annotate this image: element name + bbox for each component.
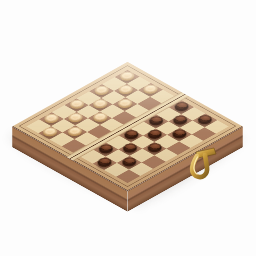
square-d8[interactable]: [61, 139, 85, 153]
dark-checker[interactable]: [121, 130, 140, 141]
product-photo-checkers-set: [0, 0, 256, 256]
scene: [0, 0, 256, 256]
square-c8[interactable]: [50, 132, 74, 146]
square-g3[interactable]: [167, 128, 191, 142]
dark-checker[interactable]: [96, 144, 115, 155]
square-h2[interactable]: [192, 127, 216, 141]
square-g5[interactable]: [142, 142, 166, 156]
square-e8[interactable]: [81, 150, 105, 164]
dark-checker[interactable]: [146, 130, 165, 141]
square-h7[interactable]: [128, 162, 152, 176]
light-checker[interactable]: [41, 127, 60, 138]
square-d6[interactable]: [87, 125, 111, 139]
square-e7[interactable]: [93, 143, 117, 157]
square-f4[interactable]: [143, 128, 167, 142]
square-g8[interactable]: [104, 163, 128, 177]
square-e5[interactable]: [119, 129, 143, 143]
square-d7[interactable]: [74, 132, 98, 146]
dark-checker[interactable]: [145, 143, 164, 154]
dark-checker[interactable]: [120, 144, 139, 155]
square-f6[interactable]: [118, 142, 142, 156]
square-h5[interactable]: [154, 148, 178, 162]
square-e6[interactable]: [106, 136, 130, 150]
dark-checker[interactable]: [170, 129, 189, 140]
square-g7[interactable]: [117, 156, 141, 170]
square-c7[interactable]: [62, 125, 86, 139]
square-g4[interactable]: [155, 135, 179, 149]
square-g6[interactable]: [129, 149, 153, 163]
square-f8[interactable]: [92, 156, 116, 170]
square-f7[interactable]: [105, 149, 129, 163]
dark-checker[interactable]: [95, 158, 114, 169]
square-f5[interactable]: [130, 135, 154, 149]
square-h6[interactable]: [141, 155, 165, 169]
dark-checker[interactable]: [119, 157, 138, 168]
square-b8[interactable]: [38, 126, 62, 140]
square-h8[interactable]: [116, 169, 140, 183]
brass-clasp-icon: [184, 146, 220, 184]
light-checker[interactable]: [65, 127, 84, 138]
